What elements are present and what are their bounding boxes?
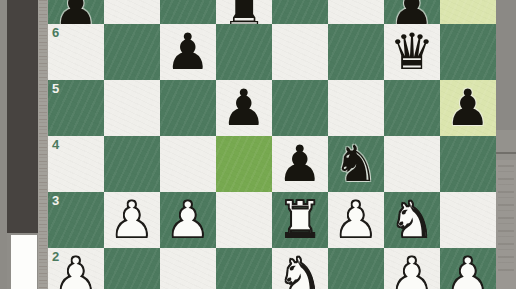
square-a6[interactable]: 6 bbox=[48, 24, 104, 80]
square-f4[interactable]: ♞ bbox=[328, 136, 384, 192]
square-g2[interactable]: ♟ bbox=[384, 248, 440, 289]
square-b4[interactable] bbox=[104, 136, 160, 192]
square-h2[interactable]: ♟ bbox=[440, 248, 496, 289]
square-h6[interactable] bbox=[440, 24, 496, 80]
square-a5[interactable]: 5 bbox=[48, 80, 104, 136]
square-a2[interactable]: 2♟ bbox=[48, 248, 104, 289]
newspaper-left-margin bbox=[0, 0, 48, 289]
square-c6[interactable]: ♟ bbox=[160, 24, 216, 80]
dark-photo-panel bbox=[7, 0, 38, 233]
square-g7[interactable]: ♟ bbox=[384, 0, 440, 24]
newspaper-right-strip bbox=[496, 0, 516, 289]
square-g3[interactable]: ♞ bbox=[384, 192, 440, 248]
black-rook[interactable]: ♜ bbox=[216, 0, 272, 24]
rank-label-3: 3 bbox=[52, 194, 59, 207]
black-pawn[interactable]: ♟ bbox=[272, 136, 328, 192]
square-h5[interactable]: ♟ bbox=[440, 80, 496, 136]
square-b5[interactable] bbox=[104, 80, 160, 136]
newsprint-marks bbox=[498, 165, 514, 275]
square-g5[interactable] bbox=[384, 80, 440, 136]
black-pawn[interactable]: ♟ bbox=[160, 24, 216, 80]
square-b2[interactable] bbox=[104, 248, 160, 289]
square-g6[interactable]: ♛ bbox=[384, 24, 440, 80]
screenshot-root: ♟♜♟6♟♛5♟♟4♟♞3♟♟♜♟♞2♟♞♟♟ bbox=[0, 0, 516, 289]
white-pawn[interactable]: ♟ bbox=[104, 192, 160, 248]
square-e3[interactable]: ♜ bbox=[272, 192, 328, 248]
square-a4[interactable]: 4 bbox=[48, 136, 104, 192]
white-pawn[interactable]: ♟ bbox=[160, 192, 216, 248]
black-pawn[interactable]: ♟ bbox=[384, 0, 440, 24]
chess-board: ♟♜♟6♟♛5♟♟4♟♞3♟♟♜♟♞2♟♞♟♟ bbox=[48, 0, 496, 289]
square-d5[interactable]: ♟ bbox=[216, 80, 272, 136]
square-b6[interactable] bbox=[104, 24, 160, 80]
square-e2[interactable]: ♞ bbox=[272, 248, 328, 289]
black-queen[interactable]: ♛ bbox=[384, 24, 440, 80]
square-c7[interactable] bbox=[160, 0, 216, 24]
square-d7[interactable]: ♜ bbox=[216, 0, 272, 24]
white-rook[interactable]: ♜ bbox=[272, 192, 328, 248]
black-knight[interactable]: ♞ bbox=[328, 136, 384, 192]
square-e6[interactable] bbox=[272, 24, 328, 80]
square-h3[interactable] bbox=[440, 192, 496, 248]
square-b3[interactable]: ♟ bbox=[104, 192, 160, 248]
white-knight[interactable]: ♞ bbox=[272, 248, 328, 289]
square-d6[interactable] bbox=[216, 24, 272, 80]
square-e7[interactable] bbox=[272, 0, 328, 24]
white-pawn[interactable]: ♟ bbox=[328, 192, 384, 248]
square-f3[interactable]: ♟ bbox=[328, 192, 384, 248]
square-f6[interactable] bbox=[328, 24, 384, 80]
square-f7[interactable] bbox=[328, 0, 384, 24]
rank-label-6: 6 bbox=[52, 26, 59, 39]
white-photo-panel bbox=[11, 235, 37, 289]
square-c3[interactable]: ♟ bbox=[160, 192, 216, 248]
square-c4[interactable] bbox=[160, 136, 216, 192]
black-pawn[interactable]: ♟ bbox=[216, 80, 272, 136]
square-g4[interactable] bbox=[384, 136, 440, 192]
rank-label-4: 4 bbox=[52, 138, 59, 151]
rank-label-5: 5 bbox=[52, 82, 59, 95]
square-c2[interactable] bbox=[160, 248, 216, 289]
black-pawn[interactable]: ♟ bbox=[440, 80, 496, 136]
square-h7[interactable] bbox=[440, 0, 496, 24]
square-a3[interactable]: 3 bbox=[48, 192, 104, 248]
paper-fold-line bbox=[496, 152, 516, 154]
black-pawn[interactable]: ♟ bbox=[48, 0, 104, 24]
white-pawn[interactable]: ♟ bbox=[384, 248, 440, 289]
rank-label-2: 2 bbox=[52, 250, 59, 263]
newsprint-column bbox=[39, 0, 47, 289]
square-f2[interactable] bbox=[328, 248, 384, 289]
square-d2[interactable] bbox=[216, 248, 272, 289]
square-d3[interactable] bbox=[216, 192, 272, 248]
square-a7[interactable]: ♟ bbox=[48, 0, 104, 24]
square-f5[interactable] bbox=[328, 80, 384, 136]
white-pawn[interactable]: ♟ bbox=[440, 248, 496, 289]
square-e4[interactable]: ♟ bbox=[272, 136, 328, 192]
square-c5[interactable] bbox=[160, 80, 216, 136]
white-knight[interactable]: ♞ bbox=[384, 192, 440, 248]
square-e5[interactable] bbox=[272, 80, 328, 136]
square-h4[interactable] bbox=[440, 136, 496, 192]
square-d4[interactable] bbox=[216, 136, 272, 192]
square-b7[interactable] bbox=[104, 0, 160, 24]
